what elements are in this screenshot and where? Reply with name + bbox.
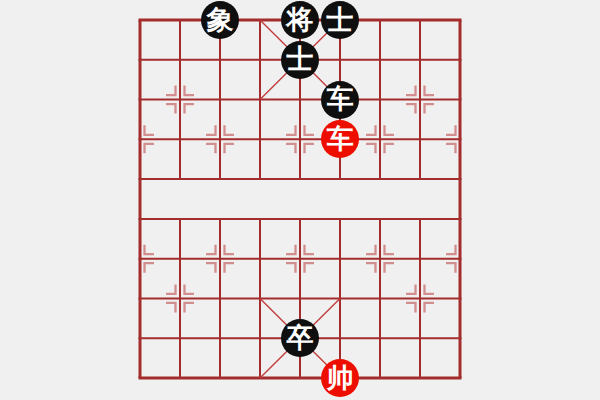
piece-black-general[interactable]: 将: [281, 1, 319, 39]
piece-red-chariot[interactable]: 车: [321, 120, 359, 158]
xiangqi-board[interactable]: 象将士士车车卒帅: [0, 0, 600, 400]
piece-black-chariot[interactable]: 车: [321, 81, 359, 119]
piece-red-general[interactable]: 帅: [321, 359, 359, 397]
piece-black-elephant[interactable]: 象: [201, 1, 239, 39]
pieces-layer: 象将士士车车卒帅: [0, 0, 600, 400]
xiangqi-app-background: 象将士士车车卒帅: [0, 0, 600, 400]
piece-black-soldier[interactable]: 卒: [281, 319, 319, 357]
piece-black-advisor-2[interactable]: 士: [281, 41, 319, 79]
piece-black-advisor-1[interactable]: 士: [321, 1, 359, 39]
